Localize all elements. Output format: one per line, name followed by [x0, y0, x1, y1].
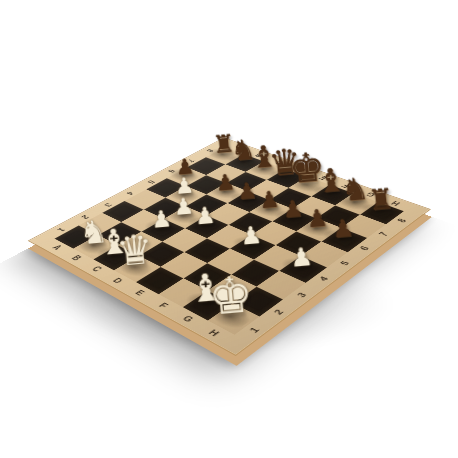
- coordinate-label-rank: 5: [327, 252, 363, 274]
- white-queen-glyph: ♛: [115, 229, 155, 271]
- white-pawn-glyph: ♟: [173, 196, 195, 219]
- white-pawn-glyph: ♟: [239, 224, 262, 249]
- white-pawn-glyph: ♟: [289, 245, 314, 271]
- black-pawn-glyph: ♟: [331, 217, 355, 242]
- white-pawn-glyph: ♟: [150, 208, 172, 232]
- black-pawn-glyph: ♟: [281, 198, 303, 222]
- black-pawn-glyph: ♟: [258, 189, 280, 212]
- black-pawn-glyph: ♟: [215, 172, 236, 194]
- perspective-wrapper: ABCDEFGH8877665544332211ABCDEFGH♜♞♝♛♚♝♞♜…: [75, 71, 383, 379]
- black-knight-glyph: ♞: [340, 174, 370, 205]
- black-rook-glyph: ♜: [366, 186, 393, 215]
- white-king-glyph: ♚: [206, 271, 254, 322]
- black-pawn-glyph: ♟: [305, 207, 328, 231]
- white-pawn-glyph: ♟: [194, 205, 216, 229]
- black-pawn-glyph: ♟: [236, 180, 258, 203]
- photo-canvas: ABCDEFGH8877665544332211ABCDEFGH♜♞♝♛♚♝♞♜…: [0, 0, 458, 458]
